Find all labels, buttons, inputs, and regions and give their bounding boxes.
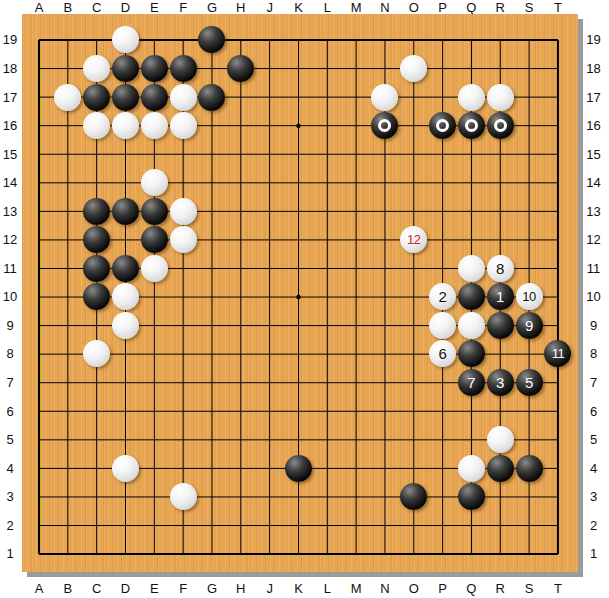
move-number: 6 xyxy=(438,346,446,361)
stone-E14[interactable] xyxy=(141,169,168,196)
row-label-5: 5 xyxy=(582,425,605,454)
col-label-T: T xyxy=(544,578,573,598)
row-label-7: 7 xyxy=(582,368,605,397)
stone-N16[interactable] xyxy=(371,112,398,139)
stone-F12[interactable] xyxy=(170,226,197,253)
row-label-11: 11 xyxy=(0,254,20,283)
stone-Q17[interactable] xyxy=(458,84,485,111)
stone-O3[interactable] xyxy=(400,483,427,510)
stone-D13[interactable] xyxy=(112,198,139,225)
row-label-12: 12 xyxy=(0,226,20,255)
stone-E12[interactable] xyxy=(141,226,168,253)
stone-C18[interactable] xyxy=(83,55,110,82)
row-label-9: 9 xyxy=(582,311,605,340)
col-label-F: F xyxy=(169,0,198,15)
stone-Q16[interactable] xyxy=(458,112,485,139)
row-label-19: 19 xyxy=(582,26,605,55)
row-label-1: 1 xyxy=(0,540,20,569)
col-label-O: O xyxy=(399,0,428,15)
stone-Q3[interactable] xyxy=(458,483,485,510)
row-label-5: 5 xyxy=(0,425,20,454)
stone-layer: 12821109611735 xyxy=(25,26,573,568)
col-label-S: S xyxy=(515,578,544,598)
circle-marker-icon xyxy=(378,119,391,132)
go-board[interactable]: 12821109611735 xyxy=(22,14,578,572)
stone-C8[interactable] xyxy=(83,340,110,367)
col-label-M: M xyxy=(342,578,371,598)
row-labels-left: 19181716151413121110987654321 xyxy=(0,26,20,568)
stone-C13[interactable] xyxy=(83,198,110,225)
col-label-D: D xyxy=(111,0,140,15)
col-label-R: R xyxy=(486,0,515,15)
row-label-10: 10 xyxy=(0,283,20,312)
stone-Q7[interactable]: 7 xyxy=(458,369,485,396)
col-label-J: J xyxy=(255,0,284,15)
stone-R17[interactable] xyxy=(487,84,514,111)
row-label-9: 9 xyxy=(0,311,20,340)
stone-P16[interactable] xyxy=(429,112,456,139)
col-label-S: S xyxy=(515,0,544,15)
col-label-J: J xyxy=(255,578,284,598)
stone-E18[interactable] xyxy=(141,55,168,82)
row-label-18: 18 xyxy=(582,54,605,83)
stone-C12[interactable] xyxy=(83,226,110,253)
go-board-diagram: ABCDEFGHJKLMNOPQRST ABCDEFGHJKLMNOPQRST … xyxy=(0,0,609,598)
stone-E17[interactable] xyxy=(141,84,168,111)
move-number: 9 xyxy=(525,318,533,333)
stone-Q4[interactable] xyxy=(458,455,485,482)
row-label-8: 8 xyxy=(0,340,20,369)
stone-G19[interactable] xyxy=(198,26,225,53)
stone-B17[interactable] xyxy=(54,84,81,111)
row-label-4: 4 xyxy=(582,454,605,483)
col-label-B: B xyxy=(53,0,82,15)
row-label-3: 3 xyxy=(0,482,20,511)
col-label-B: B xyxy=(53,578,82,598)
col-label-G: G xyxy=(198,578,227,598)
col-label-L: L xyxy=(313,578,342,598)
row-label-15: 15 xyxy=(0,140,20,169)
move-number: 7 xyxy=(467,375,475,390)
col-label-L: L xyxy=(313,0,342,15)
stone-E11[interactable] xyxy=(141,255,168,282)
stone-N17[interactable] xyxy=(371,84,398,111)
col-label-N: N xyxy=(371,0,400,15)
col-label-P: P xyxy=(428,0,457,15)
row-label-14: 14 xyxy=(582,168,605,197)
row-label-17: 17 xyxy=(582,83,605,112)
stone-C17[interactable] xyxy=(83,84,110,111)
row-label-8: 8 xyxy=(582,340,605,369)
row-label-11: 11 xyxy=(582,254,605,283)
stone-S4[interactable] xyxy=(516,455,543,482)
stone-Q9[interactable] xyxy=(458,312,485,339)
col-label-Q: Q xyxy=(457,0,486,15)
row-label-13: 13 xyxy=(0,197,20,226)
col-label-H: H xyxy=(226,0,255,15)
row-label-19: 19 xyxy=(0,26,20,55)
move-number: 8 xyxy=(496,261,504,276)
stone-D18[interactable] xyxy=(112,55,139,82)
stone-R16[interactable] xyxy=(487,112,514,139)
row-label-12: 12 xyxy=(582,226,605,255)
stone-C10[interactable] xyxy=(83,283,110,310)
stone-R7[interactable]: 3 xyxy=(487,369,514,396)
stone-F3[interactable] xyxy=(170,483,197,510)
stone-F17[interactable] xyxy=(170,84,197,111)
col-label-N: N xyxy=(371,578,400,598)
stone-D19[interactable] xyxy=(112,26,139,53)
row-labels-right: 19181716151413121110987654321 xyxy=(582,26,605,568)
stone-P9[interactable] xyxy=(429,312,456,339)
col-label-P: P xyxy=(428,578,457,598)
col-label-E: E xyxy=(140,0,169,15)
col-label-T: T xyxy=(544,0,573,15)
stone-T8[interactable]: 11 xyxy=(544,340,571,367)
stone-C16[interactable] xyxy=(83,112,110,139)
stone-D16[interactable] xyxy=(112,112,139,139)
row-label-1: 1 xyxy=(582,540,605,569)
col-label-C: C xyxy=(82,0,111,15)
stone-Q8[interactable] xyxy=(458,340,485,367)
row-label-6: 6 xyxy=(0,397,20,426)
column-labels-top: ABCDEFGHJKLMNOPQRST xyxy=(25,0,573,14)
row-label-16: 16 xyxy=(582,111,605,140)
col-label-D: D xyxy=(111,578,140,598)
stone-C11[interactable] xyxy=(83,255,110,282)
row-label-18: 18 xyxy=(0,54,20,83)
col-label-K: K xyxy=(284,578,313,598)
col-label-C: C xyxy=(82,578,111,598)
row-label-15: 15 xyxy=(582,140,605,169)
stone-D11[interactable] xyxy=(112,255,139,282)
stone-F13[interactable] xyxy=(170,198,197,225)
col-label-M: M xyxy=(342,0,371,15)
stone-O18[interactable] xyxy=(400,55,427,82)
stone-Q10[interactable] xyxy=(458,283,485,310)
col-label-G: G xyxy=(198,0,227,15)
stone-S7[interactable]: 5 xyxy=(516,369,543,396)
stone-H18[interactable] xyxy=(227,55,254,82)
stone-S9[interactable]: 9 xyxy=(516,312,543,339)
move-number: 5 xyxy=(525,375,533,390)
row-label-3: 3 xyxy=(582,482,605,511)
stone-Q11[interactable] xyxy=(458,255,485,282)
stone-O12[interactable]: 12 xyxy=(400,226,427,253)
move-number: 11 xyxy=(552,347,565,360)
circle-marker-icon xyxy=(494,119,507,132)
row-label-2: 2 xyxy=(0,511,20,540)
stone-G17[interactable] xyxy=(198,84,225,111)
stone-D10[interactable] xyxy=(112,283,139,310)
stone-S10[interactable]: 10 xyxy=(516,283,543,310)
row-label-2: 2 xyxy=(582,511,605,540)
row-label-7: 7 xyxy=(0,368,20,397)
move-number: 1 xyxy=(496,289,504,304)
row-label-13: 13 xyxy=(582,197,605,226)
row-label-10: 10 xyxy=(582,283,605,312)
circle-marker-icon xyxy=(465,119,478,132)
column-labels-bottom: ABCDEFGHJKLMNOPQRST xyxy=(25,578,573,598)
col-label-K: K xyxy=(284,0,313,15)
row-label-6: 6 xyxy=(582,397,605,426)
stone-D17[interactable] xyxy=(112,84,139,111)
col-label-R: R xyxy=(486,578,515,598)
stone-P10[interactable]: 2 xyxy=(429,283,456,310)
row-label-4: 4 xyxy=(0,454,20,483)
move-number: 10 xyxy=(522,290,535,303)
row-label-17: 17 xyxy=(0,83,20,112)
col-label-H: H xyxy=(226,578,255,598)
stone-D9[interactable] xyxy=(112,312,139,339)
col-label-A: A xyxy=(25,0,54,15)
move-number: 12 xyxy=(407,233,420,246)
col-label-A: A xyxy=(25,578,54,598)
stone-P8[interactable]: 6 xyxy=(429,340,456,367)
col-label-F: F xyxy=(169,578,198,598)
circle-marker-icon xyxy=(436,119,449,132)
stone-E13[interactable] xyxy=(141,198,168,225)
col-label-O: O xyxy=(399,578,428,598)
move-number: 3 xyxy=(496,375,504,390)
stone-R11[interactable]: 8 xyxy=(487,255,514,282)
stone-E16[interactable] xyxy=(141,112,168,139)
row-label-14: 14 xyxy=(0,168,20,197)
stone-F16[interactable] xyxy=(170,112,197,139)
col-label-Q: Q xyxy=(457,578,486,598)
move-number: 2 xyxy=(438,289,446,304)
stone-R5[interactable] xyxy=(487,426,514,453)
row-label-16: 16 xyxy=(0,111,20,140)
stone-R4[interactable] xyxy=(487,455,514,482)
col-label-E: E xyxy=(140,578,169,598)
stone-F18[interactable] xyxy=(170,55,197,82)
stone-K4[interactable] xyxy=(285,455,312,482)
stone-R10[interactable]: 1 xyxy=(487,283,514,310)
stone-R9[interactable] xyxy=(487,312,514,339)
stone-D4[interactable] xyxy=(112,455,139,482)
